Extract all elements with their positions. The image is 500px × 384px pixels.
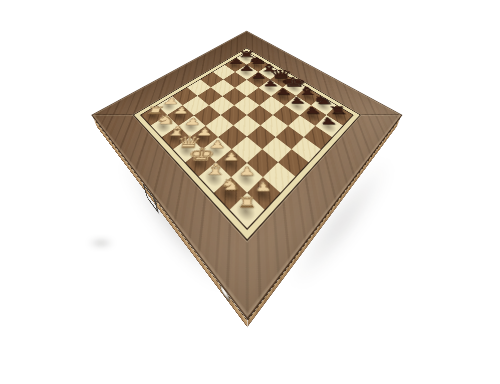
square-h2 <box>247 177 281 210</box>
square-d1 <box>173 137 203 162</box>
square-f2 <box>216 149 247 177</box>
chess-box-lid: ♜♞♝♛♚♝♞♜♟♟♟♟♟♟♟♟♟♟♟♟♟♟♟♟♜♞♝♛♚♝♞♜ <box>91 31 402 320</box>
scene-wrapper: ♜♞♝♛♚♝♞♜♟♟♟♟♟♟♟♟♟♟♟♟♟♟♟♟♜♞♝♛♚♝♞♜ <box>39 0 459 384</box>
square-c1 <box>162 126 190 150</box>
square-h1 <box>230 192 265 228</box>
square-f4 <box>247 126 275 150</box>
square-d2 <box>190 126 218 150</box>
piece-glyph: ♜ <box>327 105 350 115</box>
square-e2 <box>203 137 233 162</box>
square-h6 <box>304 126 332 150</box>
square-g5 <box>275 126 303 150</box>
brand-medallion-icon <box>221 285 230 303</box>
square-h3 <box>263 162 295 192</box>
square-g4 <box>262 137 292 162</box>
clasp-latch-icon <box>142 183 159 215</box>
square-f1 <box>199 162 231 192</box>
square-e3 <box>218 126 246 150</box>
square-e4 <box>233 115 260 137</box>
square-g2 <box>231 162 263 192</box>
square-e1 <box>185 149 216 177</box>
square-h5 <box>291 137 321 162</box>
square-g1 <box>213 177 247 210</box>
perspective-container: ♜♞♝♛♚♝♞♜♟♟♟♟♟♟♟♟♟♟♟♟♟♟♟♟♜♞♝♛♚♝♞♜ <box>39 0 459 384</box>
square-h4 <box>278 149 309 177</box>
square-f5 <box>261 115 288 137</box>
square-g6 <box>288 115 315 137</box>
chess-board <box>140 51 354 230</box>
square-g3 <box>247 149 278 177</box>
piece-glyph: ♟ <box>302 106 321 115</box>
square-f3 <box>232 137 262 162</box>
